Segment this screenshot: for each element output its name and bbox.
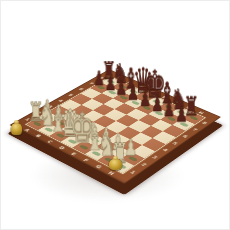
brass-clasp-left	[11, 123, 22, 135]
square-h7: ♟	[173, 119, 195, 131]
brass-clasp-front	[109, 159, 122, 170]
piece-black-pawn: ♟	[167, 105, 196, 126]
product-photo: ABCDEFGH ABCDEFGH 87654321 87654321 ♜♞♝♛…	[0, 0, 230, 230]
chess-set-photo: ABCDEFGH ABCDEFGH 87654321 87654321 ♜♞♝♛…	[1, 1, 229, 229]
